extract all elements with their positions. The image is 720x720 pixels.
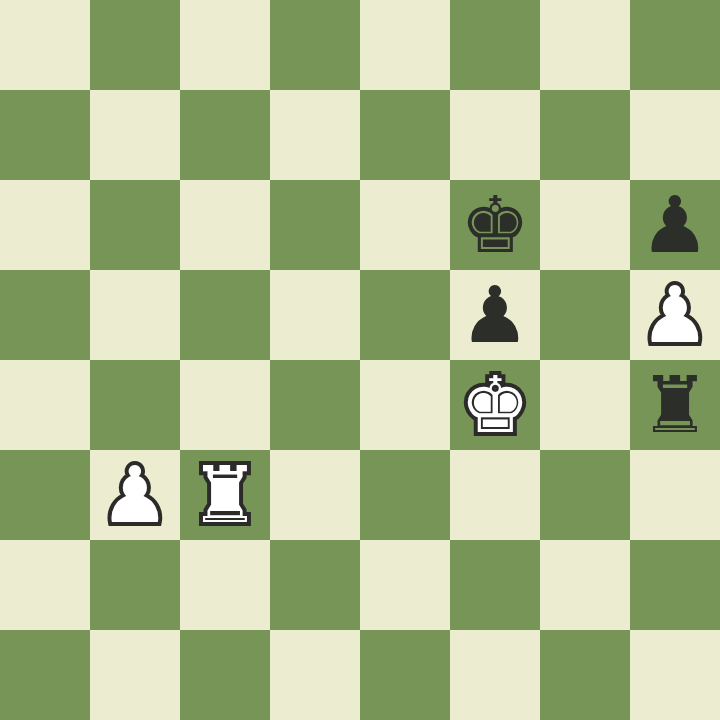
piece-white-rook[interactable]: ♜♜: [180, 450, 270, 540]
square-a8[interactable]: [0, 0, 90, 90]
piece-glyph: ♚: [450, 180, 540, 270]
square-f5[interactable]: ♟: [450, 270, 540, 360]
square-a3[interactable]: [0, 450, 90, 540]
square-b3[interactable]: ♟♟: [90, 450, 180, 540]
square-g6[interactable]: [540, 180, 630, 270]
piece-black-pawn[interactable]: ♟: [630, 180, 720, 270]
square-f2[interactable]: [450, 540, 540, 630]
square-f8[interactable]: [450, 0, 540, 90]
square-h7[interactable]: [630, 90, 720, 180]
square-a2[interactable]: [0, 540, 90, 630]
square-c3[interactable]: ♜♜: [180, 450, 270, 540]
square-g5[interactable]: [540, 270, 630, 360]
square-e4[interactable]: [360, 360, 450, 450]
square-d5[interactable]: [270, 270, 360, 360]
piece-glyph: ♟: [630, 270, 720, 360]
piece-black-rook[interactable]: ♜: [630, 360, 720, 450]
square-e5[interactable]: [360, 270, 450, 360]
square-b1[interactable]: [90, 630, 180, 720]
piece-white-king[interactable]: ♚♚: [450, 360, 540, 450]
piece-glyph: ♟: [90, 450, 180, 540]
square-d6[interactable]: [270, 180, 360, 270]
square-h6[interactable]: ♟: [630, 180, 720, 270]
piece-glyph-outline: ♟: [630, 270, 720, 360]
square-c5[interactable]: [180, 270, 270, 360]
square-a4[interactable]: [0, 360, 90, 450]
piece-glyph: ♚: [450, 360, 540, 450]
square-f6[interactable]: ♚: [450, 180, 540, 270]
square-f3[interactable]: [450, 450, 540, 540]
square-h2[interactable]: [630, 540, 720, 630]
square-d3[interactable]: [270, 450, 360, 540]
square-a7[interactable]: [0, 90, 90, 180]
square-g1[interactable]: [540, 630, 630, 720]
square-f1[interactable]: [450, 630, 540, 720]
piece-glyph: ♜: [630, 360, 720, 450]
square-d7[interactable]: [270, 90, 360, 180]
square-h5[interactable]: ♟♟: [630, 270, 720, 360]
square-e1[interactable]: [360, 630, 450, 720]
square-a5[interactable]: [0, 270, 90, 360]
piece-glyph-outline: ♜: [180, 450, 270, 540]
square-d2[interactable]: [270, 540, 360, 630]
square-c1[interactable]: [180, 630, 270, 720]
square-g8[interactable]: [540, 0, 630, 90]
square-g4[interactable]: [540, 360, 630, 450]
square-h4[interactable]: ♜: [630, 360, 720, 450]
square-g7[interactable]: [540, 90, 630, 180]
piece-glyph: ♟: [450, 270, 540, 360]
square-a1[interactable]: [0, 630, 90, 720]
square-h1[interactable]: [630, 630, 720, 720]
square-c8[interactable]: [180, 0, 270, 90]
square-a6[interactable]: [0, 180, 90, 270]
square-h3[interactable]: [630, 450, 720, 540]
chess-board-wrap: ♚♟♟♟♟♚♚♜♟♟♜♜: [0, 0, 720, 720]
square-b4[interactable]: [90, 360, 180, 450]
piece-black-king[interactable]: ♚: [450, 180, 540, 270]
square-d1[interactable]: [270, 630, 360, 720]
piece-glyph: ♟: [630, 180, 720, 270]
piece-glyph-outline: ♚: [450, 360, 540, 450]
square-c7[interactable]: [180, 90, 270, 180]
square-b7[interactable]: [90, 90, 180, 180]
square-b5[interactable]: [90, 270, 180, 360]
square-d4[interactable]: [270, 360, 360, 450]
square-e3[interactable]: [360, 450, 450, 540]
square-c4[interactable]: [180, 360, 270, 450]
square-e2[interactable]: [360, 540, 450, 630]
square-h8[interactable]: [630, 0, 720, 90]
square-c6[interactable]: [180, 180, 270, 270]
chess-board: ♚♟♟♟♟♚♚♜♟♟♜♜: [0, 0, 720, 720]
square-f7[interactable]: [450, 90, 540, 180]
piece-white-pawn[interactable]: ♟♟: [630, 270, 720, 360]
square-b6[interactable]: [90, 180, 180, 270]
square-e7[interactable]: [360, 90, 450, 180]
square-b8[interactable]: [90, 0, 180, 90]
square-b2[interactable]: [90, 540, 180, 630]
piece-glyph-outline: ♟: [90, 450, 180, 540]
piece-glyph: ♜: [180, 450, 270, 540]
square-g3[interactable]: [540, 450, 630, 540]
square-d8[interactable]: [270, 0, 360, 90]
square-g2[interactable]: [540, 540, 630, 630]
square-c2[interactable]: [180, 540, 270, 630]
square-f4[interactable]: ♚♚: [450, 360, 540, 450]
square-e8[interactable]: [360, 0, 450, 90]
piece-white-pawn[interactable]: ♟♟: [90, 450, 180, 540]
piece-black-pawn[interactable]: ♟: [450, 270, 540, 360]
square-e6[interactable]: [360, 180, 450, 270]
